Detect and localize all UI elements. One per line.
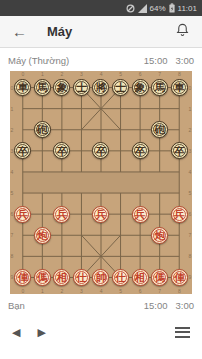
coord-label: 8: [188, 246, 192, 267]
board-point: 卒: [169, 140, 189, 161]
coord-label: 7: [188, 225, 192, 246]
piece-black-n[interactable]: 馬: [34, 79, 51, 96]
piece-red-p[interactable]: 兵: [53, 206, 70, 223]
piece-red-c[interactable]: 炮: [151, 227, 168, 244]
piece-red-n[interactable]: 傌: [34, 269, 51, 286]
app-bar: ← Máy: [0, 16, 202, 48]
piece-black-p[interactable]: 卒: [171, 142, 188, 159]
coord-label: 0: [13, 288, 33, 294]
board-point: 炮: [33, 225, 53, 246]
coord-label: 8: [10, 246, 14, 267]
coord-label: 0: [188, 77, 192, 98]
piece-black-n[interactable]: 馬: [151, 79, 168, 96]
coord-label: 3: [72, 288, 92, 294]
board-point: 士: [111, 77, 131, 98]
board-point: 馬: [150, 77, 170, 98]
coord-label: 4: [188, 161, 192, 182]
board-point: 卒: [91, 140, 111, 161]
piece-red-b[interactable]: 相: [53, 269, 70, 286]
coord-label: 7: [150, 71, 170, 77]
coord-label: 4: [10, 161, 14, 182]
board-point: 兵: [130, 204, 150, 225]
piece-red-a[interactable]: 仕: [73, 269, 90, 286]
status-bar: 64% 11:01: [0, 0, 202, 16]
piece-red-r[interactable]: 俥: [171, 269, 188, 286]
coord-label: 1: [33, 288, 53, 294]
coord-label: 7: [150, 288, 170, 294]
opponent-name: Máy (Thường): [8, 55, 69, 66]
coord-label: 1: [33, 71, 53, 77]
opponent-row: Máy (Thường) 15:00 3:00: [0, 48, 202, 71]
coord-label: 0: [10, 77, 14, 98]
coord-label: 5: [188, 182, 192, 203]
board-point: 象: [52, 77, 72, 98]
file-labels-bottom: 012345678: [13, 288, 189, 294]
board-point: 士: [72, 77, 92, 98]
piece-black-p[interactable]: 卒: [92, 142, 109, 159]
piece-black-k[interactable]: 將: [92, 79, 109, 96]
board-point: 俥: [169, 267, 189, 288]
board-point: 卒: [130, 140, 150, 161]
opponent-main-time: 15:00: [144, 55, 168, 66]
menu-button[interactable]: [175, 322, 190, 342]
coord-label: 2: [188, 119, 192, 140]
board-point: 俥: [13, 267, 33, 288]
coord-label: 8: [170, 288, 190, 294]
board-point: 車: [13, 77, 33, 98]
coord-label: 4: [91, 288, 111, 294]
notifications-button[interactable]: [175, 22, 190, 41]
board-grid: 車馬象士將士象馬車砲砲卒卒卒卒卒兵兵兵兵兵炮炮俥傌相仕帥仕相傌俥: [13, 77, 189, 288]
board-point: 傌: [150, 267, 170, 288]
status-clock: 11:01: [178, 4, 197, 13]
next-move-button[interactable]: ▶: [37, 327, 45, 338]
battery-icon: [169, 3, 175, 13]
coord-label: 2: [10, 119, 14, 140]
mute-icon: [126, 4, 135, 13]
player-name: Bạn: [8, 300, 25, 311]
board-point: 相: [52, 267, 72, 288]
bell-icon: [175, 22, 190, 38]
coord-label: 3: [10, 140, 14, 161]
piece-red-p[interactable]: 兵: [92, 206, 109, 223]
board-point: 仕: [72, 267, 92, 288]
coord-label: 2: [52, 71, 72, 77]
piece-red-k[interactable]: 帥: [92, 269, 109, 286]
player-main-time: 15:00: [144, 300, 168, 311]
coord-label: 6: [188, 204, 192, 225]
piece-black-b[interactable]: 象: [53, 79, 70, 96]
board-point: 車: [169, 77, 189, 98]
coord-label: 5: [111, 288, 131, 294]
board-point: 傌: [33, 267, 53, 288]
piece-red-p[interactable]: 兵: [14, 206, 31, 223]
coord-label: 5: [10, 182, 14, 203]
back-icon: ←: [12, 23, 27, 40]
piece-black-r[interactable]: 車: [171, 79, 188, 96]
battery-percent: 64%: [150, 4, 166, 13]
coord-label: 9: [188, 267, 192, 288]
board-point: 象: [130, 77, 150, 98]
coord-label: 9: [10, 267, 14, 288]
board-point: 卒: [13, 140, 33, 161]
prev-move-button[interactable]: ◀: [12, 327, 20, 338]
coord-label: 4: [91, 71, 111, 77]
board-point: 砲: [33, 119, 53, 140]
piece-black-c[interactable]: 砲: [34, 121, 51, 138]
coord-label: 6: [130, 288, 150, 294]
file-labels-top: 012345678: [13, 71, 189, 77]
board-point: 炮: [150, 225, 170, 246]
board-point: 砲: [150, 119, 170, 140]
rank-labels-left: 0123456789: [10, 77, 14, 288]
xiangqi-board[interactable]: 車馬象士將士象馬車砲砲卒卒卒卒卒兵兵兵兵兵炮炮俥傌相仕帥仕相傌俥 0123456…: [10, 71, 192, 294]
coord-label: 6: [130, 71, 150, 77]
prev-move-icon: ◀: [12, 326, 20, 338]
board-point: 馬: [33, 77, 53, 98]
board-point: 卒: [52, 140, 72, 161]
board-point: 帥: [91, 267, 111, 288]
coord-label: 5: [111, 71, 131, 77]
board-point: 相: [130, 267, 150, 288]
piece-red-c[interactable]: 炮: [34, 227, 51, 244]
coord-label: 0: [13, 71, 33, 77]
coord-label: 1: [10, 98, 14, 119]
coord-label: 1: [188, 98, 192, 119]
piece-red-b[interactable]: 相: [132, 269, 149, 286]
piece-black-a[interactable]: 士: [112, 79, 129, 96]
player-bonus-time: 3:00: [176, 300, 195, 311]
piece-red-p[interactable]: 兵: [171, 206, 188, 223]
back-button[interactable]: ←: [12, 24, 27, 39]
board-point: 兵: [52, 204, 72, 225]
coord-label: 6: [10, 204, 14, 225]
piece-black-b[interactable]: 象: [132, 79, 149, 96]
piece-red-a[interactable]: 仕: [112, 269, 129, 286]
controls-bar: ◀ ▶: [0, 315, 202, 349]
piece-black-a[interactable]: 士: [73, 79, 90, 96]
coord-label: 7: [10, 225, 14, 246]
coord-label: 2: [52, 288, 72, 294]
piece-red-r[interactable]: 俥: [14, 269, 31, 286]
piece-black-c[interactable]: 砲: [151, 121, 168, 138]
board-point: 將: [91, 77, 111, 98]
opponent-bonus-time: 3:00: [176, 55, 195, 66]
page-title: Máy: [47, 24, 175, 39]
piece-red-n[interactable]: 傌: [151, 269, 168, 286]
signal-icon: [138, 4, 147, 13]
piece-black-p[interactable]: 卒: [53, 142, 70, 159]
coord-label: 3: [188, 140, 192, 161]
piece-red-p[interactable]: 兵: [132, 206, 149, 223]
piece-black-r[interactable]: 車: [14, 79, 31, 96]
coord-label: 3: [72, 71, 92, 77]
piece-black-p[interactable]: 卒: [132, 142, 149, 159]
player-row: Bạn 15:00 3:00: [0, 294, 202, 315]
coord-label: 8: [170, 71, 190, 77]
rank-labels-right: 0123456789: [188, 77, 192, 288]
board-point: 兵: [13, 204, 33, 225]
piece-black-p[interactable]: 卒: [14, 142, 31, 159]
board-point: 兵: [91, 204, 111, 225]
board-point: 仕: [111, 267, 131, 288]
board-point: 兵: [169, 204, 189, 225]
menu-icon: [175, 327, 190, 338]
next-move-icon: ▶: [37, 326, 45, 338]
